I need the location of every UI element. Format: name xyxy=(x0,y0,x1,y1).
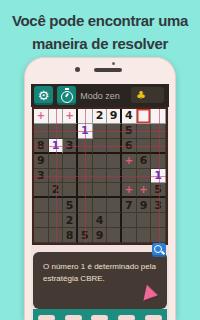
sudoku-cell-r7c5[interactable] xyxy=(93,198,108,213)
hint-tooltip: O número 1 é determinado pela estratégia… xyxy=(33,252,167,309)
zoom-button[interactable] xyxy=(152,243,166,257)
sudoku-cell-r6c6[interactable] xyxy=(107,183,122,198)
phone-mockup: ⚙ Modo zen ♣ ++2941581369+6312++55793248… xyxy=(24,57,176,320)
sensor-dot xyxy=(75,67,80,72)
candidate-plus-mark: + xyxy=(139,184,147,195)
numpad-button[interactable] xyxy=(118,315,135,320)
numpad-button[interactable] xyxy=(65,315,82,320)
sudoku-cell-r1c1[interactable]: + xyxy=(34,109,49,124)
given-digit: 9 xyxy=(96,230,104,241)
headline: Você pode encontrar uma maneira de resol… xyxy=(0,9,200,55)
sudoku-cell-r4c1[interactable]: 9 xyxy=(34,154,49,169)
sudoku-cell-r1c5[interactable]: 2 xyxy=(93,109,108,124)
sudoku-cell-r9c1[interactable] xyxy=(34,228,49,243)
hint-text-line1: O número 1 é determinado pela xyxy=(43,261,157,273)
hint-text-line2: estratégia CBRE. xyxy=(43,273,157,285)
headline-line1: Você pode encontrar uma xyxy=(0,9,200,32)
front-camera-dot xyxy=(112,62,115,65)
sudoku-cell-r1c7[interactable]: 4 xyxy=(122,109,137,124)
candidate-plus-mark: + xyxy=(125,184,133,195)
sudoku-cell-r1c6[interactable]: 9 xyxy=(107,109,122,124)
sudoku-cell-r8c1[interactable] xyxy=(34,213,49,228)
candidate-plus-mark: + xyxy=(65,110,73,121)
numpad-strip xyxy=(33,309,167,320)
sudoku-cell-r6c8[interactable]: + xyxy=(137,183,152,198)
given-digit: 2 xyxy=(96,110,104,121)
given-digit: 9 xyxy=(140,200,148,211)
candidate-plus-mark: + xyxy=(37,110,45,121)
elimination-line-row-5 xyxy=(34,176,166,177)
sudoku-cell-r9c3[interactable]: 8 xyxy=(63,228,78,243)
sudoku-cell-r7c1[interactable] xyxy=(34,198,49,213)
given-digit: 2 xyxy=(66,215,74,226)
promo-page: { "headline": { "line1": "Você pode enco… xyxy=(0,0,200,320)
sudoku-cell-r8c5[interactable]: 4 xyxy=(93,213,108,228)
elimination-line-row-2 xyxy=(34,131,166,132)
given-digit: 8 xyxy=(66,230,74,241)
sudoku-cell-r6c3[interactable] xyxy=(63,183,78,198)
given-digit: 9 xyxy=(110,110,118,121)
given-digit: 7 xyxy=(125,200,133,211)
sudoku-cell-r9c7[interactable] xyxy=(122,228,137,243)
sudoku-cell-r9c8[interactable] xyxy=(137,228,152,243)
sudoku-cell-r8c8[interactable] xyxy=(137,213,152,228)
numpad-button[interactable] xyxy=(38,315,55,320)
given-digit: 6 xyxy=(125,140,133,151)
elimination-line-col-2 xyxy=(56,109,57,243)
given-digit: 5 xyxy=(66,200,74,211)
headline-line2: maneira de resolver xyxy=(0,32,200,55)
sudoku-cell-r4c3[interactable] xyxy=(63,154,78,169)
sudoku-board: ++2941581369+6312++5579324859 xyxy=(34,109,166,243)
sudoku-cell-r6c1[interactable] xyxy=(34,183,49,198)
sudoku-cell-r4c5[interactable] xyxy=(93,154,108,169)
sudoku-cell-r6c7[interactable]: + xyxy=(122,183,137,198)
given-digit: 4 xyxy=(96,215,104,226)
sudoku-cell-r9c5[interactable]: 9 xyxy=(93,228,108,243)
sudoku-cell-r4c7[interactable]: + xyxy=(122,154,137,169)
hint-text: O número 1 é determinado pela estratégia… xyxy=(33,252,167,285)
given-digit: 6 xyxy=(140,155,148,166)
magnifier-icon xyxy=(154,245,162,253)
play-next-icon[interactable] xyxy=(143,285,159,303)
candidate-plus-mark: + xyxy=(125,155,133,166)
given-digit: 9 xyxy=(37,155,45,166)
sudoku-cell-r7c7[interactable]: 7 xyxy=(122,198,137,213)
given-digit: 3 xyxy=(66,140,74,151)
elimination-line-col-4 xyxy=(85,109,86,243)
sudoku-board-frame: ++2941581369+6312++5579324859 xyxy=(32,107,168,245)
given-digit: 8 xyxy=(37,140,45,151)
sudoku-cell-r1c3[interactable]: + xyxy=(63,109,78,124)
sudoku-cell-r4c6[interactable] xyxy=(107,154,122,169)
sudoku-cell-r9c6[interactable] xyxy=(107,228,122,243)
numpad-button[interactable] xyxy=(91,315,108,320)
sudoku-cell-r7c8[interactable]: 9 xyxy=(137,198,152,213)
trefoil-icon: ♣ xyxy=(136,90,146,101)
sudoku-cell-r8c7[interactable] xyxy=(122,213,137,228)
elimination-line-row-3 xyxy=(34,146,166,147)
given-digit: 4 xyxy=(125,110,133,121)
elimination-line-col-9 xyxy=(159,109,160,243)
sudoku-cell-r1c8[interactable] xyxy=(137,109,152,124)
sudoku-cell-r6c5[interactable] xyxy=(93,183,108,198)
achievements-button[interactable]: ♣ xyxy=(131,87,164,103)
sudoku-cell-r8c3[interactable]: 2 xyxy=(63,213,78,228)
lower-panel: O número 1 é determinado pela estratégia… xyxy=(31,245,169,320)
sudoku-cell-r7c3[interactable]: 5 xyxy=(63,198,78,213)
app-screen: ⚙ Modo zen ♣ ++2941581369+6312++55793248… xyxy=(31,84,169,320)
numpad-button[interactable] xyxy=(145,315,162,320)
speaker-slot xyxy=(94,68,122,72)
sudoku-cell-r4c8[interactable]: 6 xyxy=(137,154,152,169)
app-header-bar: ⚙ Modo zen ♣ xyxy=(31,84,169,107)
sudoku-cell-r7c6[interactable] xyxy=(107,198,122,213)
sudoku-cell-r8c6[interactable] xyxy=(107,213,122,228)
